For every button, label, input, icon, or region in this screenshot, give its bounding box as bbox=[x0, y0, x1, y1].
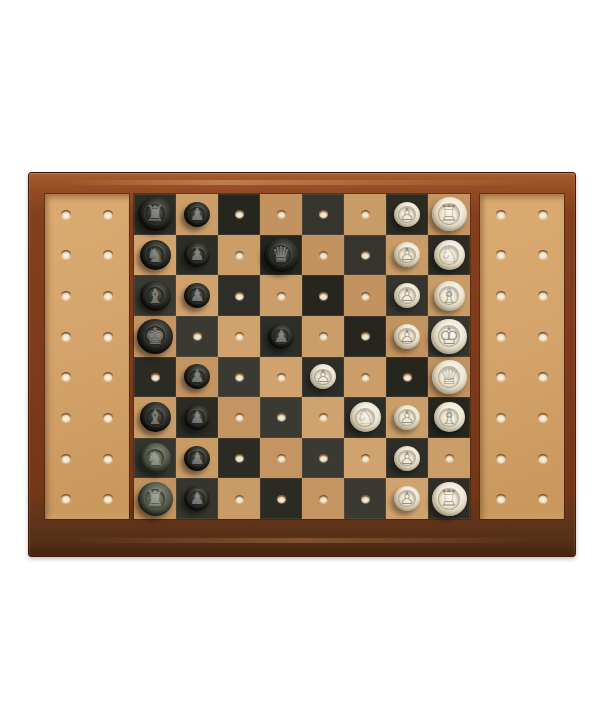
black-pawn-d7[interactable]: ♟ bbox=[176, 357, 218, 398]
tray-cell bbox=[45, 235, 87, 276]
piece-peg: ♙ bbox=[394, 283, 420, 308]
square-f6[interactable] bbox=[218, 275, 260, 316]
square-a3[interactable] bbox=[344, 478, 386, 519]
tray-peg-hole bbox=[103, 494, 113, 503]
peg-hole bbox=[277, 210, 286, 218]
black-pawn-e5[interactable]: ♟ bbox=[260, 316, 302, 357]
white-bishop-glyph: ♗ bbox=[440, 407, 458, 427]
square-h7[interactable]: ♟ bbox=[176, 194, 218, 235]
tray-peg-hole bbox=[103, 454, 113, 463]
tray-cell bbox=[45, 438, 87, 479]
square-e4[interactable] bbox=[302, 316, 344, 357]
piece-peg: ♘ bbox=[350, 402, 381, 432]
chess-board[interactable]: ♜♟♙♖♞♟♛♙♘♝♟♙♗♚♟♙♔♟♙♕♝♟♘♙♗♞♟♙♜♟♙♖ bbox=[134, 194, 470, 519]
peg-hole bbox=[319, 292, 328, 300]
peg-hole bbox=[235, 292, 244, 300]
black-pawn-f7[interactable]: ♟ bbox=[176, 275, 218, 316]
black-pawn-glyph: ♟ bbox=[189, 409, 204, 426]
piece-peg: ♟ bbox=[184, 364, 210, 389]
captured-pieces-tray-right bbox=[480, 194, 564, 519]
white-king-glyph: ♔ bbox=[439, 325, 460, 348]
square-d6[interactable] bbox=[218, 357, 260, 398]
black-bishop-glyph: ♝ bbox=[146, 286, 164, 306]
square-f3[interactable] bbox=[344, 275, 386, 316]
tray-cell bbox=[480, 316, 522, 357]
white-pawn-glyph: ♙ bbox=[315, 368, 330, 385]
piece-peg: ♟ bbox=[184, 486, 210, 511]
square-g1[interactable]: ♘ bbox=[428, 235, 470, 276]
chess-set: ♜♟♙♖♞♟♛♙♘♝♟♙♗♚♟♙♔♟♙♕♝♟♘♙♗♞♟♙♜♟♙♖ bbox=[28, 172, 576, 557]
white-rook-glyph: ♖ bbox=[439, 203, 459, 225]
tray-peg-hole bbox=[496, 372, 506, 381]
square-g4[interactable] bbox=[302, 235, 344, 276]
black-pawn-glyph: ♟ bbox=[189, 287, 204, 304]
tray-cell bbox=[522, 275, 564, 316]
square-a2[interactable]: ♙ bbox=[386, 478, 428, 519]
peg-hole bbox=[235, 251, 244, 259]
square-g7[interactable]: ♟ bbox=[176, 235, 218, 276]
peg-hole bbox=[361, 332, 370, 340]
square-h2[interactable]: ♙ bbox=[386, 194, 428, 235]
square-h8[interactable]: ♜ bbox=[134, 194, 176, 235]
black-pawn-h7[interactable]: ♟ bbox=[176, 194, 218, 235]
square-h6[interactable] bbox=[218, 194, 260, 235]
peg-hole bbox=[319, 251, 328, 259]
white-queen-d1[interactable]: ♕ bbox=[428, 357, 470, 398]
peg-hole bbox=[361, 210, 370, 218]
tray-cell bbox=[480, 357, 522, 398]
piece-peg: ♟ bbox=[184, 405, 210, 430]
white-knight-g1[interactable]: ♘ bbox=[428, 235, 470, 276]
tray-peg-hole bbox=[103, 372, 113, 381]
square-e8[interactable]: ♚ bbox=[134, 316, 176, 357]
white-knight-c3[interactable]: ♘ bbox=[344, 397, 386, 438]
square-d3[interactable] bbox=[344, 357, 386, 398]
tray-cell bbox=[480, 194, 522, 235]
tray-peg-hole bbox=[538, 210, 548, 219]
square-c3[interactable]: ♘ bbox=[344, 397, 386, 438]
tray-cell bbox=[522, 235, 564, 276]
piece-peg: ♜ bbox=[138, 482, 173, 516]
black-queen-glyph: ♛ bbox=[271, 244, 291, 266]
peg-hole bbox=[361, 251, 370, 259]
photo-background: ♜♟♙♖♞♟♛♙♘♝♟♙♗♚♟♙♔♟♙♕♝♟♘♙♗♞♟♙♜♟♙♖ bbox=[0, 0, 600, 717]
square-d1[interactable]: ♕ bbox=[428, 357, 470, 398]
square-h3[interactable] bbox=[344, 194, 386, 235]
peg-hole bbox=[277, 495, 286, 503]
piece-peg: ♙ bbox=[394, 202, 420, 227]
peg-hole bbox=[403, 373, 412, 381]
peg-hole bbox=[319, 332, 328, 340]
tray-peg-hole bbox=[538, 413, 548, 422]
square-b2[interactable]: ♙ bbox=[386, 438, 428, 479]
white-pawn-glyph: ♙ bbox=[399, 328, 414, 345]
piece-peg: ♝ bbox=[140, 402, 171, 432]
peg-hole bbox=[361, 495, 370, 503]
tray-peg-hole bbox=[496, 413, 506, 422]
piece-peg: ♙ bbox=[394, 486, 420, 511]
white-bishop-glyph: ♗ bbox=[440, 286, 458, 306]
tray-cell bbox=[87, 316, 129, 357]
tray-peg-hole bbox=[538, 250, 548, 259]
black-pawn-a7[interactable]: ♟ bbox=[176, 478, 218, 519]
tray-peg-hole bbox=[538, 332, 548, 341]
square-f5[interactable] bbox=[260, 275, 302, 316]
tray-peg-hole bbox=[103, 413, 113, 422]
tray-peg-hole bbox=[61, 413, 71, 422]
tray-peg-hole bbox=[103, 250, 113, 259]
tray-cell bbox=[522, 478, 564, 519]
square-g5[interactable]: ♛ bbox=[260, 235, 302, 276]
square-d8[interactable] bbox=[134, 357, 176, 398]
piece-peg: ♘ bbox=[434, 240, 465, 270]
tray-cell bbox=[87, 438, 129, 479]
peg-hole bbox=[193, 332, 202, 340]
square-e2[interactable]: ♙ bbox=[386, 316, 428, 357]
square-c1[interactable]: ♗ bbox=[428, 397, 470, 438]
square-g3[interactable] bbox=[344, 235, 386, 276]
square-f4[interactable] bbox=[302, 275, 344, 316]
white-pawn-glyph: ♙ bbox=[399, 246, 414, 263]
white-knight-glyph: ♘ bbox=[356, 407, 374, 427]
tray-cell bbox=[480, 275, 522, 316]
white-queen-glyph: ♕ bbox=[439, 366, 459, 388]
black-king-e8[interactable]: ♚ bbox=[134, 316, 176, 357]
square-d5[interactable] bbox=[260, 357, 302, 398]
tray-cell bbox=[87, 478, 129, 519]
peg-hole bbox=[361, 454, 370, 462]
peg-hole bbox=[235, 495, 244, 503]
peg-hole bbox=[277, 292, 286, 300]
piece-peg: ♟ bbox=[184, 202, 210, 227]
square-g6[interactable] bbox=[218, 235, 260, 276]
white-pawn-glyph: ♙ bbox=[399, 287, 414, 304]
tray-cell bbox=[480, 478, 522, 519]
piece-peg: ♟ bbox=[268, 324, 294, 349]
black-knight-b8[interactable]: ♞ bbox=[134, 438, 176, 479]
square-h5[interactable] bbox=[260, 194, 302, 235]
tray-cell bbox=[45, 194, 87, 235]
square-c2[interactable]: ♙ bbox=[386, 397, 428, 438]
black-rook-glyph: ♜ bbox=[145, 203, 165, 225]
square-b5[interactable] bbox=[260, 438, 302, 479]
tray-cell bbox=[45, 275, 87, 316]
white-pawn-d4[interactable]: ♙ bbox=[302, 357, 344, 398]
square-f8[interactable]: ♝ bbox=[134, 275, 176, 316]
tray-peg-hole bbox=[61, 372, 71, 381]
tray-peg-hole bbox=[103, 210, 113, 219]
square-e6[interactable] bbox=[218, 316, 260, 357]
black-knight-g8[interactable]: ♞ bbox=[134, 235, 176, 276]
square-a5[interactable] bbox=[260, 478, 302, 519]
square-g2[interactable]: ♙ bbox=[386, 235, 428, 276]
black-pawn-glyph: ♟ bbox=[189, 490, 204, 507]
square-d7[interactable]: ♟ bbox=[176, 357, 218, 398]
square-d4[interactable]: ♙ bbox=[302, 357, 344, 398]
piece-peg: ♙ bbox=[394, 242, 420, 267]
piece-peg: ♛ bbox=[264, 238, 299, 272]
white-bishop-f1[interactable]: ♗ bbox=[428, 275, 470, 316]
black-pawn-glyph: ♟ bbox=[273, 328, 288, 345]
square-b7[interactable]: ♟ bbox=[176, 438, 218, 479]
peg-hole bbox=[277, 373, 286, 381]
tray-peg-hole bbox=[496, 494, 506, 503]
tray-peg-hole bbox=[103, 332, 113, 341]
black-pawn-glyph: ♟ bbox=[189, 368, 204, 385]
tray-peg-hole bbox=[61, 494, 71, 503]
square-b3[interactable] bbox=[344, 438, 386, 479]
tray-peg-hole bbox=[496, 291, 506, 300]
square-b4[interactable] bbox=[302, 438, 344, 479]
square-f1[interactable]: ♗ bbox=[428, 275, 470, 316]
tray-peg-hole bbox=[61, 210, 71, 219]
tray-peg-hole bbox=[538, 372, 548, 381]
peg-hole bbox=[319, 495, 328, 503]
square-e5[interactable]: ♟ bbox=[260, 316, 302, 357]
white-pawn-b2[interactable]: ♙ bbox=[386, 438, 428, 479]
piece-peg: ♙ bbox=[394, 405, 420, 430]
tray-cell bbox=[522, 397, 564, 438]
tray-cell bbox=[480, 397, 522, 438]
tray-cell bbox=[522, 438, 564, 479]
square-h1[interactable]: ♖ bbox=[428, 194, 470, 235]
captured-pieces-tray-left bbox=[45, 194, 129, 519]
square-e3[interactable] bbox=[344, 316, 386, 357]
piece-peg: ♙ bbox=[394, 446, 420, 471]
white-pawn-h2[interactable]: ♙ bbox=[386, 194, 428, 235]
white-pawn-e2[interactable]: ♙ bbox=[386, 316, 428, 357]
black-rook-a8[interactable]: ♜ bbox=[134, 478, 176, 519]
tray-peg-hole bbox=[538, 454, 548, 463]
square-a1[interactable]: ♖ bbox=[428, 478, 470, 519]
piece-peg: ♗ bbox=[434, 402, 465, 432]
white-rook-h1[interactable]: ♖ bbox=[428, 194, 470, 235]
square-a8[interactable]: ♜ bbox=[134, 478, 176, 519]
white-pawn-g2[interactable]: ♙ bbox=[386, 235, 428, 276]
tray-cell bbox=[87, 194, 129, 235]
peg-hole bbox=[361, 373, 370, 381]
tray-cell bbox=[87, 357, 129, 398]
tray-peg-hole bbox=[496, 454, 506, 463]
black-bishop-glyph: ♝ bbox=[146, 407, 164, 427]
tray-cell bbox=[87, 235, 129, 276]
square-e1[interactable]: ♔ bbox=[428, 316, 470, 357]
white-knight-glyph: ♘ bbox=[440, 245, 458, 265]
peg-hole bbox=[235, 454, 244, 462]
peg-hole bbox=[235, 413, 244, 421]
white-pawn-glyph: ♙ bbox=[399, 206, 414, 223]
square-c4[interactable] bbox=[302, 397, 344, 438]
tray-peg-hole bbox=[61, 291, 71, 300]
tray-cell bbox=[480, 235, 522, 276]
tray-cell bbox=[45, 397, 87, 438]
white-pawn-glyph: ♙ bbox=[399, 450, 414, 467]
tray-peg-hole bbox=[103, 291, 113, 300]
black-pawn-c7[interactable]: ♟ bbox=[176, 397, 218, 438]
black-rook-h8[interactable]: ♜ bbox=[134, 194, 176, 235]
tray-peg-hole bbox=[496, 332, 506, 341]
peg-hole bbox=[319, 210, 328, 218]
peg-hole bbox=[361, 292, 370, 300]
black-pawn-glyph: ♟ bbox=[189, 246, 204, 263]
peg-hole bbox=[151, 373, 160, 381]
tray-cell bbox=[45, 316, 87, 357]
tray-peg-hole bbox=[538, 291, 548, 300]
peg-hole bbox=[445, 454, 454, 462]
square-c5[interactable] bbox=[260, 397, 302, 438]
tray-peg-hole bbox=[61, 454, 71, 463]
white-bishop-c1[interactable]: ♗ bbox=[428, 397, 470, 438]
square-b6[interactable] bbox=[218, 438, 260, 479]
peg-hole bbox=[277, 413, 286, 421]
square-f2[interactable]: ♙ bbox=[386, 275, 428, 316]
tray-peg-hole bbox=[496, 250, 506, 259]
piece-peg: ♙ bbox=[394, 324, 420, 349]
tray-cell bbox=[522, 194, 564, 235]
white-rook-glyph: ♖ bbox=[439, 488, 459, 510]
piece-peg: ♝ bbox=[140, 281, 171, 311]
square-a4[interactable] bbox=[302, 478, 344, 519]
tray-peg-hole bbox=[61, 332, 71, 341]
tray-cell bbox=[45, 357, 87, 398]
wood-grain-highlight bbox=[62, 180, 543, 185]
black-bishop-c8[interactable]: ♝ bbox=[134, 397, 176, 438]
piece-peg: ♙ bbox=[310, 364, 336, 389]
piece-peg: ♕ bbox=[432, 360, 467, 394]
piece-peg: ♖ bbox=[432, 482, 467, 516]
black-knight-glyph: ♞ bbox=[146, 245, 164, 265]
peg-hole bbox=[235, 210, 244, 218]
tray-cell bbox=[480, 438, 522, 479]
square-c7[interactable]: ♟ bbox=[176, 397, 218, 438]
square-c8[interactable]: ♝ bbox=[134, 397, 176, 438]
black-queen-g5[interactable]: ♛ bbox=[260, 235, 302, 276]
white-pawn-a2[interactable]: ♙ bbox=[386, 478, 428, 519]
tray-cell bbox=[45, 478, 87, 519]
piece-peg: ♖ bbox=[432, 197, 467, 231]
tray-peg-hole bbox=[496, 210, 506, 219]
piece-peg: ♟ bbox=[184, 446, 210, 471]
tray-cell bbox=[87, 397, 129, 438]
wood-grain-highlight bbox=[73, 538, 532, 543]
square-e7[interactable] bbox=[176, 316, 218, 357]
white-rook-a1[interactable]: ♖ bbox=[428, 478, 470, 519]
white-pawn-c2[interactable]: ♙ bbox=[386, 397, 428, 438]
peg-hole bbox=[319, 454, 328, 462]
piece-peg: ♚ bbox=[137, 319, 173, 354]
square-a6[interactable] bbox=[218, 478, 260, 519]
peg-hole bbox=[235, 373, 244, 381]
piece-peg: ♜ bbox=[138, 197, 173, 231]
tray-cell bbox=[522, 357, 564, 398]
piece-peg: ♞ bbox=[140, 443, 171, 473]
black-rook-glyph: ♜ bbox=[145, 488, 165, 510]
piece-peg: ♟ bbox=[184, 242, 210, 267]
white-pawn-glyph: ♙ bbox=[399, 409, 414, 426]
tray-cell bbox=[522, 316, 564, 357]
square-h4[interactable] bbox=[302, 194, 344, 235]
square-d2[interactable] bbox=[386, 357, 428, 398]
black-pawn-glyph: ♟ bbox=[189, 450, 204, 467]
piece-peg: ♟ bbox=[184, 283, 210, 308]
white-pawn-f2[interactable]: ♙ bbox=[386, 275, 428, 316]
black-king-glyph: ♚ bbox=[145, 325, 166, 348]
piece-peg: ♔ bbox=[431, 319, 467, 354]
black-bishop-f8[interactable]: ♝ bbox=[134, 275, 176, 316]
peg-hole bbox=[277, 454, 286, 462]
white-pawn-glyph: ♙ bbox=[399, 490, 414, 507]
piece-peg: ♗ bbox=[434, 281, 465, 311]
piece-peg: ♞ bbox=[140, 240, 171, 270]
square-g8[interactable]: ♞ bbox=[134, 235, 176, 276]
square-b1[interactable] bbox=[428, 438, 470, 479]
tray-peg-hole bbox=[61, 250, 71, 259]
tray-peg-hole bbox=[538, 494, 548, 503]
tray-cell bbox=[87, 275, 129, 316]
square-b8[interactable]: ♞ bbox=[134, 438, 176, 479]
square-c6[interactable] bbox=[218, 397, 260, 438]
peg-hole bbox=[235, 332, 244, 340]
peg-hole bbox=[319, 413, 328, 421]
black-pawn-b7[interactable]: ♟ bbox=[176, 438, 218, 479]
square-f7[interactable]: ♟ bbox=[176, 275, 218, 316]
black-pawn-g7[interactable]: ♟ bbox=[176, 235, 218, 276]
square-a7[interactable]: ♟ bbox=[176, 478, 218, 519]
white-king-e1[interactable]: ♔ bbox=[428, 316, 470, 357]
black-knight-glyph: ♞ bbox=[146, 448, 164, 468]
black-pawn-glyph: ♟ bbox=[189, 206, 204, 223]
